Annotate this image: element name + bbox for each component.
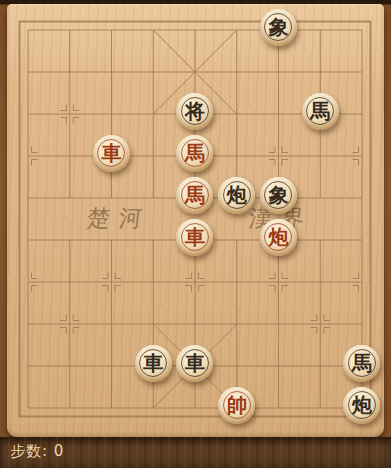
piece-glyph: 馬 bbox=[310, 93, 330, 130]
board-point[interactable] bbox=[216, 9, 258, 51]
board-point[interactable] bbox=[91, 93, 133, 135]
board-point[interactable] bbox=[49, 9, 91, 51]
board-point[interactable] bbox=[91, 261, 133, 303]
board-point[interactable] bbox=[174, 387, 216, 429]
piece-black-chariot[interactable]: 車 bbox=[176, 345, 213, 382]
piece-glyph: 象 bbox=[268, 9, 288, 46]
board-point[interactable] bbox=[132, 93, 174, 135]
board-point[interactable] bbox=[49, 219, 91, 261]
board-point[interactable] bbox=[258, 345, 300, 387]
piece-black-general[interactable]: 将 bbox=[176, 93, 213, 130]
piece-glyph: 炮 bbox=[352, 387, 372, 424]
board-point[interactable] bbox=[299, 9, 341, 51]
piece-glyph: 車 bbox=[143, 345, 163, 382]
piece-glyph: 車 bbox=[185, 345, 205, 382]
board-point[interactable] bbox=[341, 93, 383, 135]
board-point[interactable] bbox=[258, 303, 300, 345]
board-point[interactable] bbox=[216, 345, 258, 387]
piece-red-horse[interactable]: 馬 bbox=[176, 177, 213, 214]
piece-glyph: 炮 bbox=[227, 177, 247, 214]
board-point[interactable] bbox=[132, 135, 174, 177]
piece-black-horse[interactable]: 馬 bbox=[302, 93, 339, 130]
board-point[interactable] bbox=[91, 345, 133, 387]
board-point[interactable] bbox=[49, 303, 91, 345]
steps-label: 步数: 0 bbox=[10, 442, 64, 461]
piece-red-chariot[interactable]: 車 bbox=[176, 219, 213, 256]
board-point[interactable] bbox=[174, 261, 216, 303]
board-point[interactable] bbox=[341, 51, 383, 93]
piece-red-chariot[interactable]: 車 bbox=[93, 135, 130, 172]
board-point[interactable] bbox=[174, 51, 216, 93]
board-point[interactable] bbox=[216, 261, 258, 303]
board-point[interactable] bbox=[174, 303, 216, 345]
app-screen: 楚河 漢界 象将馬車馬馬炮象車炮車車帥馬炮 步数: 0 bbox=[0, 0, 391, 468]
board-point[interactable] bbox=[341, 303, 383, 345]
piece-black-elephant[interactable]: 象 bbox=[260, 9, 297, 46]
board-point[interactable] bbox=[341, 135, 383, 177]
board-point[interactable] bbox=[7, 219, 49, 261]
board-point[interactable] bbox=[258, 135, 300, 177]
board-point[interactable] bbox=[91, 9, 133, 51]
board-point[interactable] bbox=[216, 219, 258, 261]
board-point[interactable] bbox=[91, 51, 133, 93]
piece-black-cannon[interactable]: 炮 bbox=[343, 387, 380, 424]
board-point[interactable] bbox=[49, 51, 91, 93]
board-point[interactable] bbox=[216, 93, 258, 135]
board-point[interactable] bbox=[7, 261, 49, 303]
board-point[interactable] bbox=[299, 219, 341, 261]
board-point[interactable] bbox=[7, 345, 49, 387]
board-point[interactable] bbox=[49, 93, 91, 135]
board-point[interactable] bbox=[258, 51, 300, 93]
board-point[interactable] bbox=[132, 387, 174, 429]
piece-glyph: 帥 bbox=[227, 387, 247, 424]
board-point[interactable] bbox=[216, 51, 258, 93]
board-point[interactable] bbox=[299, 177, 341, 219]
board-point[interactable] bbox=[7, 93, 49, 135]
piece-glyph: 車 bbox=[101, 135, 121, 172]
board-point[interactable] bbox=[91, 387, 133, 429]
board-point[interactable] bbox=[299, 303, 341, 345]
board-point[interactable] bbox=[49, 177, 91, 219]
piece-glyph: 馬 bbox=[185, 177, 205, 214]
board-point[interactable] bbox=[299, 345, 341, 387]
board-point[interactable] bbox=[91, 177, 133, 219]
board-point[interactable] bbox=[299, 135, 341, 177]
piece-black-chariot[interactable]: 車 bbox=[135, 345, 172, 382]
board-point[interactable] bbox=[132, 51, 174, 93]
piece-black-elephant[interactable]: 象 bbox=[260, 177, 297, 214]
board-point[interactable] bbox=[7, 177, 49, 219]
piece-red-horse[interactable]: 馬 bbox=[176, 135, 213, 172]
board-point[interactable] bbox=[216, 135, 258, 177]
board-point[interactable] bbox=[7, 51, 49, 93]
piece-black-horse[interactable]: 馬 bbox=[343, 345, 380, 382]
board-point[interactable] bbox=[132, 177, 174, 219]
board-point[interactable] bbox=[49, 135, 91, 177]
board-point[interactable] bbox=[258, 93, 300, 135]
board-point[interactable] bbox=[299, 387, 341, 429]
board-point[interactable] bbox=[341, 261, 383, 303]
board-point[interactable] bbox=[341, 9, 383, 51]
board-point[interactable] bbox=[132, 261, 174, 303]
piece-glyph: 車 bbox=[185, 219, 205, 256]
piece-glyph: 将 bbox=[185, 93, 205, 130]
board-point[interactable] bbox=[7, 387, 49, 429]
board-point[interactable] bbox=[341, 219, 383, 261]
piece-black-cannon[interactable]: 炮 bbox=[218, 177, 255, 214]
board-point[interactable] bbox=[258, 387, 300, 429]
board-point[interactable] bbox=[258, 261, 300, 303]
board-point[interactable] bbox=[49, 345, 91, 387]
piece-glyph: 馬 bbox=[185, 135, 205, 172]
piece-red-general[interactable]: 帥 bbox=[218, 387, 255, 424]
board-point[interactable] bbox=[49, 387, 91, 429]
board-grid: 象将馬車馬馬炮象車炮車車帥馬炮 bbox=[7, 9, 383, 429]
piece-glyph: 象 bbox=[268, 177, 288, 214]
board-point[interactable] bbox=[49, 261, 91, 303]
board-point[interactable] bbox=[341, 177, 383, 219]
status-bar: 步数: 0 bbox=[0, 437, 391, 468]
board-point[interactable] bbox=[91, 219, 133, 261]
board-point[interactable] bbox=[7, 9, 49, 51]
piece-glyph: 炮 bbox=[268, 219, 288, 256]
board-point[interactable] bbox=[216, 303, 258, 345]
piece-red-cannon[interactable]: 炮 bbox=[260, 219, 297, 256]
board-point[interactable] bbox=[91, 303, 133, 345]
board-point[interactable] bbox=[299, 51, 341, 93]
board-point[interactable] bbox=[7, 303, 49, 345]
piece-glyph: 馬 bbox=[352, 345, 372, 382]
board-point[interactable] bbox=[132, 9, 174, 51]
board-point[interactable] bbox=[132, 219, 174, 261]
board-point[interactable] bbox=[299, 261, 341, 303]
board-point[interactable] bbox=[7, 135, 49, 177]
board-point[interactable] bbox=[132, 303, 174, 345]
board-point[interactable] bbox=[174, 9, 216, 51]
